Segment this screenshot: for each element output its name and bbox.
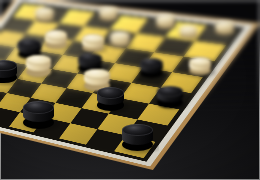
piece-glyph: ⛀ xyxy=(189,57,194,64)
piece-glyph: ⛀ xyxy=(84,69,89,76)
white-checker-piece[interactable]: ⛀ xyxy=(156,14,175,29)
piece-glyph: ⛂ xyxy=(23,101,28,108)
piece-glyph: ⛀ xyxy=(110,31,115,38)
white-checker-piece[interactable]: ⛀ xyxy=(215,21,234,36)
piece-glyph: ⛀ xyxy=(179,25,184,32)
piece-glyph: ⛂ xyxy=(157,86,162,93)
piece-glyph: ⛂ xyxy=(122,124,127,131)
white-checker-piece[interactable]: ⛀ xyxy=(45,30,67,48)
piece-glyph: ⛀ xyxy=(26,55,31,62)
piece-glyph: ⛂ xyxy=(78,53,83,60)
black-checker-piece[interactable]: ⛂ xyxy=(157,86,183,108)
black-checker-piece[interactable]: ⛂ xyxy=(122,124,153,152)
checkers-photo: ⛀⛀⛀⛀⛀⛀⛀⛀⛀⛂⛂⛂⛀⛀⛂⛂⛂⛂⛂ xyxy=(0,0,260,180)
piece-glyph: ⛂ xyxy=(18,39,23,46)
black-checker-piece[interactable]: ⛂ xyxy=(140,58,164,78)
white-checker-piece[interactable]: ⛀ xyxy=(99,7,118,22)
piece-glyph: ⛀ xyxy=(99,7,104,14)
piece-glyph: ⛂ xyxy=(97,87,102,94)
white-checker-piece[interactable]: ⛀ xyxy=(35,7,54,22)
white-checker-piece[interactable]: ⛀ xyxy=(82,34,104,52)
piece-glyph: ⛀ xyxy=(45,30,50,37)
black-checker-piece[interactable]: ⛂ xyxy=(0,60,17,84)
piece-glyph: ⛀ xyxy=(215,21,220,28)
piece-glyph: ⛀ xyxy=(35,7,40,14)
white-checker-piece[interactable]: ⛀ xyxy=(179,25,198,40)
piece-glyph: ⛀ xyxy=(82,34,87,41)
pieces-layer: ⛀⛀⛀⛀⛀⛀⛀⛀⛀⛂⛂⛂⛀⛀⛂⛂⛂⛂⛂ xyxy=(0,0,260,180)
white-checker-piece[interactable]: ⛀ xyxy=(110,31,131,47)
piece-glyph: ⛀ xyxy=(156,14,161,21)
black-checker-piece[interactable]: ⛂ xyxy=(23,101,54,129)
piece-glyph: ⛂ xyxy=(140,58,145,65)
white-checker-piece[interactable]: ⛀ xyxy=(189,57,211,75)
white-checker-piece[interactable]: ⛀ xyxy=(26,55,52,77)
black-checker-piece[interactable]: ⛂ xyxy=(97,87,124,111)
